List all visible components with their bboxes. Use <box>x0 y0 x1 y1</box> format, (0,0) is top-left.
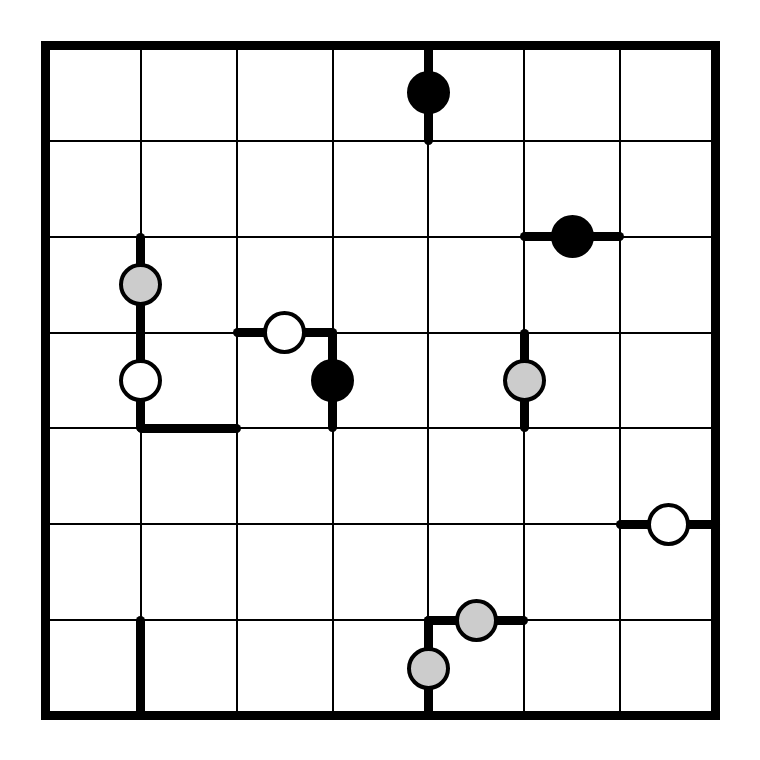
puzzle-board <box>45 45 716 716</box>
cell-r1c7[interactable] <box>620 45 716 141</box>
cell-r1c2[interactable] <box>141 45 237 141</box>
cell-r7c2[interactable] <box>141 620 237 716</box>
grid-line-h1 <box>45 140 716 142</box>
cell-r2c7[interactable] <box>620 141 716 237</box>
cell-r5c3[interactable] <box>237 428 333 524</box>
cell-r1c3[interactable] <box>237 45 333 141</box>
cell-r1c6[interactable] <box>524 45 620 141</box>
cell-r5c5[interactable] <box>428 428 524 524</box>
cell-r4c7[interactable] <box>620 333 716 429</box>
cell-r2c4[interactable] <box>333 141 429 237</box>
cell-r5c6[interactable] <box>524 428 620 524</box>
cell-r6c2[interactable] <box>141 524 237 620</box>
cell-r6c4[interactable] <box>333 524 429 620</box>
pearl-black <box>311 359 354 402</box>
pearl-white <box>263 311 306 354</box>
cell-r6c3[interactable] <box>237 524 333 620</box>
grid-line-v2 <box>236 45 238 716</box>
cell-r6c1[interactable] <box>45 524 141 620</box>
pearl-gray <box>503 359 546 402</box>
pearl-white <box>647 503 690 546</box>
cell-r2c2[interactable] <box>141 141 237 237</box>
cell-r2c5[interactable] <box>428 141 524 237</box>
grid-line-v6 <box>619 45 621 716</box>
loop-segment-v-11[interactable] <box>136 616 145 720</box>
cell-r6c6[interactable] <box>524 524 620 620</box>
cell-r7c6[interactable] <box>524 620 620 716</box>
cell-r3c5[interactable] <box>428 237 524 333</box>
cell-r2c1[interactable] <box>45 141 141 237</box>
cell-r7c3[interactable] <box>237 620 333 716</box>
cell-r5c4[interactable] <box>333 428 429 524</box>
grid-line-h6 <box>45 619 716 621</box>
loop-segment-h-4[interactable] <box>137 424 241 433</box>
cell-r7c1[interactable] <box>45 620 141 716</box>
cell-r3c7[interactable] <box>620 237 716 333</box>
cell-r5c2[interactable] <box>141 428 237 524</box>
cell-r7c7[interactable] <box>620 620 716 716</box>
cell-r2c3[interactable] <box>237 141 333 237</box>
pearl-gray <box>407 647 450 690</box>
pearl-black <box>551 215 594 258</box>
cell-r5c1[interactable] <box>45 428 141 524</box>
pearl-gray <box>455 599 498 642</box>
grid-line-h3 <box>45 332 716 334</box>
cell-r1c1[interactable] <box>45 45 141 141</box>
cell-r3c4[interactable] <box>333 237 429 333</box>
